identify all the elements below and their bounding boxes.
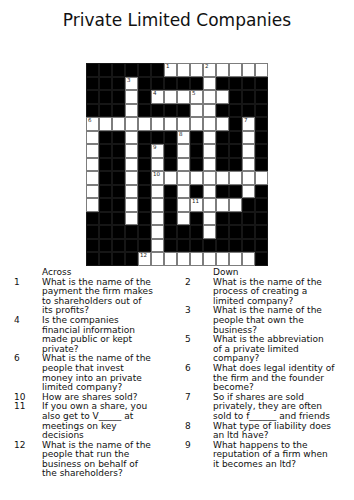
white-cell[interactable]: 10 bbox=[151, 171, 164, 185]
black-cell bbox=[151, 77, 164, 91]
clue-item-text: Is the companies financial information m… bbox=[42, 316, 154, 354]
white-cell[interactable] bbox=[177, 212, 190, 226]
clue-item: 2What is the name of the process of crea… bbox=[185, 278, 350, 307]
black-cell bbox=[125, 239, 138, 253]
white-cell[interactable] bbox=[216, 63, 229, 77]
across-clues-list: 1What is the name of the payment the fir… bbox=[14, 278, 174, 479]
black-cell bbox=[190, 77, 203, 91]
white-cell[interactable] bbox=[86, 185, 99, 199]
black-cell bbox=[99, 77, 112, 91]
black-cell bbox=[138, 185, 151, 199]
black-cell bbox=[255, 252, 268, 266]
black-cell bbox=[190, 131, 203, 145]
black-cell bbox=[255, 239, 268, 253]
white-cell[interactable] bbox=[190, 104, 203, 118]
white-cell[interactable] bbox=[203, 212, 216, 226]
black-cell bbox=[86, 239, 99, 253]
black-cell bbox=[242, 212, 255, 226]
white-cell[interactable] bbox=[203, 158, 216, 172]
white-cell[interactable]: 4 bbox=[151, 90, 164, 104]
black-cell bbox=[112, 144, 125, 158]
black-cell bbox=[99, 90, 112, 104]
black-cell bbox=[242, 198, 255, 212]
clue-number: 10 bbox=[153, 171, 160, 177]
black-cell bbox=[229, 225, 242, 239]
black-cell bbox=[112, 198, 125, 212]
white-cell[interactable] bbox=[190, 117, 203, 131]
white-cell[interactable] bbox=[229, 63, 242, 77]
white-cell[interactable] bbox=[242, 131, 255, 145]
black-cell bbox=[99, 144, 112, 158]
white-cell[interactable] bbox=[229, 252, 242, 266]
black-cell bbox=[99, 225, 112, 239]
white-cell[interactable] bbox=[216, 198, 229, 212]
clue-item-number: 3 bbox=[185, 306, 213, 335]
black-cell bbox=[112, 171, 125, 185]
white-cell[interactable] bbox=[151, 158, 164, 172]
black-cell bbox=[138, 63, 151, 77]
black-cell bbox=[229, 185, 242, 199]
black-cell bbox=[216, 77, 229, 91]
white-cell[interactable] bbox=[203, 171, 216, 185]
black-cell bbox=[99, 198, 112, 212]
white-cell[interactable]: 6 bbox=[86, 117, 99, 131]
white-cell[interactable] bbox=[151, 239, 164, 253]
black-cell bbox=[190, 144, 203, 158]
black-cell bbox=[216, 239, 229, 253]
clue-item: 1What is the name of the payment the fir… bbox=[14, 278, 174, 316]
black-cell bbox=[255, 185, 268, 199]
clue-number: 12 bbox=[140, 252, 147, 258]
white-cell[interactable] bbox=[203, 90, 216, 104]
black-cell bbox=[151, 63, 164, 77]
crossword-grid: 123456789101112 bbox=[86, 63, 268, 266]
clue-number: 6 bbox=[88, 117, 92, 123]
black-cell bbox=[112, 90, 125, 104]
black-cell bbox=[190, 185, 203, 199]
white-cell[interactable] bbox=[190, 252, 203, 266]
black-cell bbox=[177, 77, 190, 91]
across-clues-column: Across 1What is the name of the payment … bbox=[14, 268, 174, 479]
white-cell[interactable] bbox=[242, 171, 255, 185]
white-cell[interactable] bbox=[255, 63, 268, 77]
white-cell[interactable] bbox=[125, 131, 138, 145]
black-cell bbox=[255, 158, 268, 172]
black-cell bbox=[242, 239, 255, 253]
black-cell bbox=[112, 77, 125, 91]
clue-item: 6What is the name of the people that inv… bbox=[14, 354, 174, 392]
white-cell[interactable] bbox=[151, 252, 164, 266]
black-cell bbox=[229, 158, 242, 172]
clue-item-number: 8 bbox=[185, 422, 213, 441]
page-title: Private Limited Companies bbox=[0, 10, 354, 30]
black-cell bbox=[138, 225, 151, 239]
clue-item: 6What does legal identity of the firm an… bbox=[185, 364, 350, 393]
clue-item-text: So if shares are sold privately, they ar… bbox=[213, 393, 335, 422]
clue-item-number: 9 bbox=[185, 441, 213, 470]
white-cell[interactable] bbox=[177, 117, 190, 131]
black-cell bbox=[216, 104, 229, 118]
black-cell bbox=[86, 252, 99, 266]
clue-number: 9 bbox=[153, 144, 157, 150]
clue-item-number: 6 bbox=[14, 354, 42, 392]
white-cell[interactable] bbox=[203, 198, 216, 212]
white-cell[interactable] bbox=[203, 185, 216, 199]
black-cell bbox=[164, 185, 177, 199]
black-cell bbox=[99, 104, 112, 118]
white-cell[interactable] bbox=[125, 144, 138, 158]
white-cell[interactable] bbox=[216, 117, 229, 131]
clue-item: 11If you own a share, you also get to V_… bbox=[14, 402, 174, 440]
white-cell[interactable] bbox=[125, 90, 138, 104]
white-cell[interactable] bbox=[125, 117, 138, 131]
white-cell[interactable]: 3 bbox=[125, 77, 138, 91]
white-cell[interactable] bbox=[242, 252, 255, 266]
white-cell[interactable] bbox=[203, 131, 216, 145]
white-cell[interactable] bbox=[86, 144, 99, 158]
white-cell[interactable] bbox=[216, 171, 229, 185]
black-cell bbox=[229, 212, 242, 226]
white-cell[interactable] bbox=[203, 117, 216, 131]
black-cell bbox=[164, 198, 177, 212]
black-cell bbox=[125, 225, 138, 239]
white-cell[interactable] bbox=[151, 185, 164, 199]
black-cell bbox=[229, 144, 242, 158]
clue-item: 4Is the companies financial information … bbox=[14, 316, 174, 354]
black-cell bbox=[177, 104, 190, 118]
black-cell bbox=[99, 158, 112, 172]
white-cell[interactable] bbox=[164, 90, 177, 104]
black-cell bbox=[112, 185, 125, 199]
black-cell bbox=[112, 131, 125, 145]
clue-item-number: 7 bbox=[185, 393, 213, 422]
black-cell bbox=[99, 212, 112, 226]
white-cell[interactable] bbox=[125, 158, 138, 172]
clue-item-text: What is the name of the process of creat… bbox=[213, 278, 335, 307]
white-cell[interactable] bbox=[203, 225, 216, 239]
black-cell bbox=[138, 212, 151, 226]
clue-item: 7So if shares are sold privately, they a… bbox=[185, 393, 350, 422]
white-cell[interactable]: 8 bbox=[177, 131, 190, 145]
white-cell[interactable] bbox=[203, 144, 216, 158]
white-cell[interactable] bbox=[86, 131, 99, 145]
black-cell bbox=[255, 104, 268, 118]
black-cell bbox=[138, 90, 151, 104]
black-cell bbox=[190, 158, 203, 172]
black-cell bbox=[229, 77, 242, 91]
white-cell[interactable]: 2 bbox=[203, 63, 216, 77]
clue-item-text: What is the name of the payment the firm… bbox=[42, 278, 154, 316]
white-cell[interactable] bbox=[203, 77, 216, 91]
white-cell[interactable]: 1 bbox=[164, 63, 177, 77]
black-cell bbox=[86, 63, 99, 77]
white-cell[interactable]: 5 bbox=[190, 90, 203, 104]
black-cell bbox=[151, 131, 164, 145]
black-cell bbox=[112, 212, 125, 226]
white-cell[interactable]: 11 bbox=[190, 198, 203, 212]
white-cell[interactable] bbox=[190, 63, 203, 77]
clue-item-number: 4 bbox=[14, 316, 42, 354]
black-cell bbox=[138, 77, 151, 91]
white-cell[interactable] bbox=[177, 63, 190, 77]
clue-number: 7 bbox=[244, 117, 248, 123]
black-cell bbox=[255, 212, 268, 226]
clue-item-number: 5 bbox=[185, 335, 213, 364]
black-cell bbox=[164, 212, 177, 226]
black-cell bbox=[112, 239, 125, 253]
black-cell bbox=[99, 171, 112, 185]
white-cell[interactable] bbox=[151, 225, 164, 239]
clue-item-text: What is the name of the people that run … bbox=[42, 441, 154, 479]
black-cell bbox=[138, 131, 151, 145]
clue-item: 8What type of liability does an ltd have… bbox=[185, 422, 350, 441]
black-cell bbox=[125, 63, 138, 77]
black-cell bbox=[151, 104, 164, 118]
black-cell bbox=[229, 104, 242, 118]
white-cell[interactable]: 9 bbox=[151, 144, 164, 158]
black-cell bbox=[164, 77, 177, 91]
clue-item-number: 6 bbox=[185, 364, 213, 393]
black-cell bbox=[190, 239, 203, 253]
black-cell bbox=[112, 104, 125, 118]
black-cell bbox=[86, 77, 99, 91]
black-cell bbox=[216, 144, 229, 158]
white-cell[interactable] bbox=[242, 185, 255, 199]
black-cell bbox=[86, 225, 99, 239]
white-cell[interactable] bbox=[216, 90, 229, 104]
white-cell[interactable] bbox=[203, 104, 216, 118]
black-cell bbox=[242, 77, 255, 91]
clue-item-text: What is the name of the people that inve… bbox=[42, 354, 154, 392]
white-cell[interactable] bbox=[86, 158, 99, 172]
clue-item: 12What is the name of the people that ru… bbox=[14, 441, 174, 479]
black-cell bbox=[255, 144, 268, 158]
white-cell[interactable] bbox=[177, 144, 190, 158]
black-cell bbox=[216, 185, 229, 199]
white-cell[interactable] bbox=[125, 104, 138, 118]
black-cell bbox=[112, 225, 125, 239]
black-cell bbox=[255, 90, 268, 104]
clue-number: 2 bbox=[205, 63, 209, 69]
clue-item-number: 1 bbox=[14, 278, 42, 316]
black-cell bbox=[138, 198, 151, 212]
clue-item-text: What happens to the reputation of a firm… bbox=[213, 441, 335, 470]
black-cell bbox=[255, 131, 268, 145]
black-cell bbox=[99, 63, 112, 77]
black-cell bbox=[125, 252, 138, 266]
black-cell bbox=[164, 131, 177, 145]
white-cell[interactable] bbox=[177, 185, 190, 199]
black-cell bbox=[242, 90, 255, 104]
clue-item-number: 12 bbox=[14, 441, 42, 479]
black-cell bbox=[138, 158, 151, 172]
black-cell bbox=[138, 144, 151, 158]
white-cell[interactable] bbox=[242, 144, 255, 158]
white-cell[interactable] bbox=[177, 198, 190, 212]
black-cell bbox=[112, 252, 125, 266]
black-cell bbox=[164, 225, 177, 239]
white-cell[interactable] bbox=[125, 198, 138, 212]
black-cell bbox=[86, 104, 99, 118]
clue-item-number: 2 bbox=[185, 278, 213, 307]
black-cell bbox=[177, 239, 190, 253]
clue-item-text: What is the abbreviation of a private li… bbox=[213, 335, 335, 364]
black-cell bbox=[203, 239, 216, 253]
black-cell bbox=[229, 131, 242, 145]
white-cell[interactable] bbox=[86, 171, 99, 185]
white-cell[interactable] bbox=[125, 171, 138, 185]
white-cell[interactable] bbox=[164, 252, 177, 266]
white-cell[interactable] bbox=[190, 171, 203, 185]
black-cell bbox=[255, 117, 268, 131]
white-cell[interactable] bbox=[99, 117, 112, 131]
black-cell bbox=[229, 117, 242, 131]
clue-item: 3What is the name of the people that own… bbox=[185, 306, 350, 335]
white-cell[interactable]: 7 bbox=[242, 117, 255, 131]
black-cell bbox=[242, 225, 255, 239]
clue-item-number: 11 bbox=[14, 402, 42, 440]
black-cell bbox=[112, 63, 125, 77]
clue-item-text: What is the name of the people that own … bbox=[213, 306, 335, 335]
black-cell bbox=[164, 104, 177, 118]
black-cell bbox=[255, 198, 268, 212]
black-cell bbox=[216, 131, 229, 145]
black-cell bbox=[86, 90, 99, 104]
white-cell[interactable] bbox=[151, 198, 164, 212]
white-cell[interactable] bbox=[164, 117, 177, 131]
clue-number: 11 bbox=[192, 198, 199, 204]
white-cell[interactable] bbox=[203, 252, 216, 266]
black-cell bbox=[99, 131, 112, 145]
clue-item-text: If you own a share, you also get to V___… bbox=[42, 402, 154, 440]
clue-number: 4 bbox=[153, 90, 157, 96]
black-cell bbox=[190, 225, 203, 239]
black-cell bbox=[255, 77, 268, 91]
clue-item: 9What happens to the reputation of a fir… bbox=[185, 441, 350, 470]
white-cell[interactable] bbox=[242, 158, 255, 172]
clue-number: 3 bbox=[127, 77, 131, 83]
clue-number: 8 bbox=[179, 131, 183, 137]
black-cell bbox=[99, 185, 112, 199]
black-cell bbox=[242, 104, 255, 118]
black-cell bbox=[216, 212, 229, 226]
black-cell bbox=[190, 212, 203, 226]
white-cell[interactable] bbox=[151, 117, 164, 131]
black-cell bbox=[164, 239, 177, 253]
clue-item-text: What type of liability does an ltd have? bbox=[213, 422, 335, 441]
black-cell bbox=[86, 212, 99, 226]
down-clues-list: 2What is the name of the process of crea… bbox=[185, 278, 350, 470]
black-cell bbox=[164, 144, 177, 158]
black-cell bbox=[138, 104, 151, 118]
white-cell[interactable] bbox=[255, 171, 268, 185]
white-cell[interactable] bbox=[242, 63, 255, 77]
black-cell bbox=[229, 239, 242, 253]
white-cell[interactable] bbox=[177, 90, 190, 104]
white-cell[interactable]: 12 bbox=[138, 252, 151, 266]
black-cell bbox=[216, 158, 229, 172]
down-clues-column: Down 2What is the name of the process of… bbox=[185, 268, 350, 469]
black-cell bbox=[255, 225, 268, 239]
white-cell[interactable] bbox=[177, 252, 190, 266]
white-cell[interactable] bbox=[229, 198, 242, 212]
white-cell[interactable] bbox=[216, 252, 229, 266]
white-cell[interactable] bbox=[125, 185, 138, 199]
black-cell bbox=[229, 90, 242, 104]
black-cell bbox=[112, 158, 125, 172]
clue-number: 1 bbox=[166, 63, 170, 69]
white-cell[interactable] bbox=[177, 158, 190, 172]
clue-item-text: What does legal identity of the firm and… bbox=[213, 364, 335, 393]
black-cell bbox=[99, 239, 112, 253]
white-cell[interactable] bbox=[112, 117, 125, 131]
white-cell[interactable] bbox=[229, 171, 242, 185]
white-cell[interactable] bbox=[138, 117, 151, 131]
clue-number: 5 bbox=[192, 90, 196, 96]
black-cell bbox=[177, 225, 190, 239]
white-cell[interactable] bbox=[177, 171, 190, 185]
black-cell bbox=[164, 158, 177, 172]
white-cell[interactable] bbox=[151, 212, 164, 226]
white-cell[interactable] bbox=[86, 198, 99, 212]
black-cell bbox=[138, 239, 151, 253]
black-cell bbox=[216, 225, 229, 239]
black-cell bbox=[138, 171, 151, 185]
white-cell[interactable] bbox=[164, 171, 177, 185]
white-cell[interactable] bbox=[125, 212, 138, 226]
black-cell bbox=[99, 252, 112, 266]
clue-item: 5What is the abbreviation of a private l… bbox=[185, 335, 350, 364]
